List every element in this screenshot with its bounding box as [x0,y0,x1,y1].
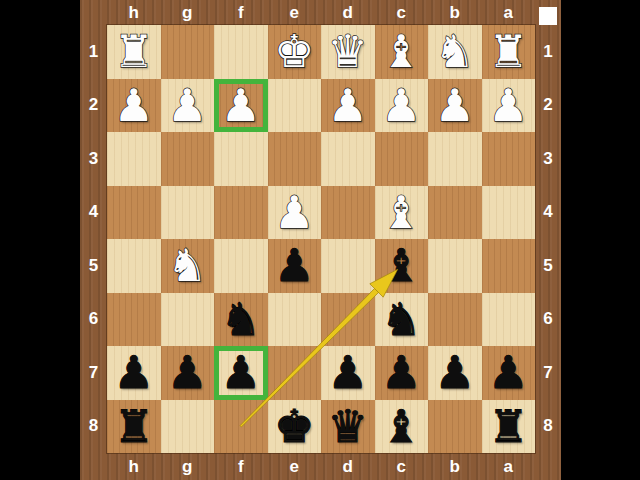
square-a1[interactable]: ♜ [482,25,536,79]
square-e8[interactable]: ♚ [268,400,322,454]
white-pawn-d2: ♟ [328,83,368,128]
rank-label-7: 7 [535,346,561,400]
white-pawn-c2: ♟ [381,83,421,128]
white-pawn-h2: ♟ [114,83,154,128]
square-e4[interactable]: ♟ [268,186,322,240]
square-d8[interactable]: ♛ [321,400,375,454]
black-bishop-c5: ♝ [381,243,421,288]
square-g3[interactable] [161,132,215,186]
square-e1[interactable]: ♚ [268,25,322,79]
square-b4[interactable] [428,186,482,240]
square-e7[interactable] [268,346,322,400]
square-g2[interactable]: ♟ [161,79,215,133]
square-e5[interactable]: ♟ [268,239,322,293]
black-pawn-b7: ♟ [435,350,475,395]
black-pawn-a7: ♟ [488,350,528,395]
rank-labels-left: 12345678 [80,25,107,453]
file-label-d: d [321,0,375,25]
black-pawn-h7: ♟ [114,350,154,395]
file-label-a: a [482,453,536,480]
file-label-f: f [214,453,268,480]
file-label-g: g [161,453,215,480]
square-g6[interactable] [161,293,215,347]
white-queen-d1: ♛ [328,29,368,74]
square-c3[interactable] [375,132,429,186]
square-a4[interactable] [482,186,536,240]
rank-label-3: 3 [80,132,107,186]
square-c7[interactable]: ♟ [375,346,429,400]
square-c1[interactable]: ♝ [375,25,429,79]
square-f7[interactable]: ♟ [214,346,268,400]
square-c6[interactable]: ♞ [375,293,429,347]
square-g1[interactable] [161,25,215,79]
square-h7[interactable]: ♟ [107,346,161,400]
square-c8[interactable]: ♝ [375,400,429,454]
black-pawn-g7: ♟ [167,350,207,395]
rank-label-3: 3 [535,132,561,186]
rank-label-8: 8 [80,400,107,454]
black-rook-h8: ♜ [114,404,154,449]
square-b2[interactable]: ♟ [428,79,482,133]
file-labels-top: hgfedcba [107,0,535,25]
square-b1[interactable]: ♞ [428,25,482,79]
square-b5[interactable] [428,239,482,293]
white-pawn-a2: ♟ [488,83,528,128]
square-h2[interactable]: ♟ [107,79,161,133]
square-a6[interactable] [482,293,536,347]
square-b7[interactable]: ♟ [428,346,482,400]
file-label-e: e [268,0,322,25]
square-f2[interactable]: ♟ [214,79,268,133]
square-b6[interactable] [428,293,482,347]
white-king-e1: ♚ [274,29,314,74]
square-g7[interactable]: ♟ [161,346,215,400]
black-bishop-c8: ♝ [381,404,421,449]
square-d4[interactable] [321,186,375,240]
black-pawn-f7: ♟ [221,350,261,395]
square-a8[interactable]: ♜ [482,400,536,454]
black-king-e8: ♚ [274,404,314,449]
square-a2[interactable]: ♟ [482,79,536,133]
square-b8[interactable] [428,400,482,454]
rank-label-4: 4 [80,186,107,240]
square-f1[interactable] [214,25,268,79]
square-c4[interactable]: ♝ [375,186,429,240]
square-c2[interactable]: ♟ [375,79,429,133]
square-d6[interactable] [321,293,375,347]
rank-label-6: 6 [80,293,107,347]
square-h5[interactable] [107,239,161,293]
square-d2[interactable]: ♟ [321,79,375,133]
black-pawn-e5: ♟ [274,243,314,288]
square-h8[interactable]: ♜ [107,400,161,454]
rank-label-1: 1 [535,25,561,79]
square-b3[interactable] [428,132,482,186]
black-queen-d8: ♛ [328,404,368,449]
square-f3[interactable] [214,132,268,186]
black-knight-c6: ♞ [381,297,421,342]
square-e3[interactable] [268,132,322,186]
white-rook-h1: ♜ [114,29,154,74]
white-pawn-b2: ♟ [435,83,475,128]
file-label-c: c [375,453,429,480]
square-f4[interactable] [214,186,268,240]
rank-label-5: 5 [80,239,107,293]
rank-label-8: 8 [535,400,561,454]
black-knight-f6: ♞ [221,297,261,342]
black-rook-a8: ♜ [488,404,528,449]
rank-label-4: 4 [535,186,561,240]
square-e6[interactable] [268,293,322,347]
square-d7[interactable]: ♟ [321,346,375,400]
square-g8[interactable] [161,400,215,454]
black-pawn-c7: ♟ [381,350,421,395]
rank-label-5: 5 [535,239,561,293]
file-labels-bottom: hgfedcba [107,453,535,480]
rank-label-7: 7 [80,346,107,400]
square-f6[interactable]: ♞ [214,293,268,347]
white-pawn-g2: ♟ [167,83,207,128]
black-pawn-d7: ♟ [328,350,368,395]
white-to-move-icon [539,7,557,25]
square-h6[interactable] [107,293,161,347]
square-d3[interactable] [321,132,375,186]
video-frame: hgfedcba hgfedcba 12345678 12345678 ♜♚♛♝… [0,0,640,480]
square-d1[interactable]: ♛ [321,25,375,79]
file-label-b: b [428,453,482,480]
square-a5[interactable] [482,239,536,293]
rank-label-1: 1 [80,25,107,79]
file-label-h: h [107,453,161,480]
white-bishop-c1: ♝ [381,29,421,74]
square-f5[interactable] [214,239,268,293]
square-h1[interactable]: ♜ [107,25,161,79]
file-label-h: h [107,0,161,25]
white-rook-a1: ♜ [488,29,528,74]
file-label-e: e [268,453,322,480]
rank-label-6: 6 [535,293,561,347]
rank-labels-right: 12345678 [535,25,561,453]
rank-label-2: 2 [535,79,561,133]
square-e2[interactable] [268,79,322,133]
white-pawn-e4: ♟ [274,190,314,235]
chess-board: ♜♚♛♝♞♜♟♟♟♟♟♟♟♟♝♞♟♝♞♞♟♟♟♟♟♟♟♜♚♛♝♜ [107,25,535,453]
rank-label-2: 2 [80,79,107,133]
white-knight-g5: ♞ [167,243,207,288]
file-label-d: d [321,453,375,480]
file-label-c: c [375,0,429,25]
square-a3[interactable] [482,132,536,186]
square-f8[interactable] [214,400,268,454]
board-frame: hgfedcba hgfedcba 12345678 12345678 ♜♚♛♝… [80,0,561,480]
square-d5[interactable] [321,239,375,293]
square-h3[interactable] [107,132,161,186]
file-label-g: g [161,0,215,25]
square-a7[interactable]: ♟ [482,346,536,400]
square-h4[interactable] [107,186,161,240]
white-pawn-f2: ♟ [221,83,261,128]
square-g5[interactable]: ♞ [161,239,215,293]
file-label-b: b [428,0,482,25]
square-c5[interactable]: ♝ [375,239,429,293]
file-label-a: a [482,0,536,25]
square-g4[interactable] [161,186,215,240]
file-label-f: f [214,0,268,25]
white-knight-b1: ♞ [435,29,475,74]
white-bishop-c4: ♝ [381,190,421,235]
